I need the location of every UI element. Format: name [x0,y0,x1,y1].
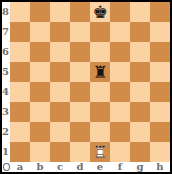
square-c8[interactable] [50,2,70,22]
square-b7[interactable] [30,22,50,42]
piece-white-rook-fill: ♜ [90,142,110,162]
square-h4[interactable] [150,82,170,102]
square-b1[interactable] [30,142,50,162]
square-c6[interactable] [50,42,70,62]
square-a6[interactable] [10,42,30,62]
square-d5[interactable] [70,62,90,82]
square-e6[interactable] [90,42,110,62]
square-c1[interactable] [50,142,70,162]
square-d2[interactable] [70,122,90,142]
square-b6[interactable] [30,42,50,62]
square-b4[interactable] [30,82,50,102]
piece-black-rook[interactable]: ♜ [90,62,110,82]
file-label-d: d [70,162,90,172]
square-g1[interactable] [130,142,150,162]
square-e4[interactable] [90,82,110,102]
square-f1[interactable] [110,142,130,162]
square-b5[interactable] [30,62,50,82]
rank-label-6: 6 [2,42,10,62]
square-f3[interactable] [110,102,130,122]
square-g2[interactable] [130,122,150,142]
square-b3[interactable] [30,102,50,122]
square-f8[interactable] [110,2,130,22]
square-a4[interactable] [10,82,30,102]
square-h6[interactable] [150,42,170,62]
square-h2[interactable] [150,122,170,142]
bottom-left-corner [2,162,10,172]
square-a8[interactable] [10,2,30,22]
square-c7[interactable] [50,22,70,42]
file-label-c: c [50,162,70,172]
square-e3[interactable] [90,102,110,122]
square-a2[interactable] [10,122,30,142]
file-label-b: b [30,162,50,172]
square-b2[interactable] [30,122,50,142]
square-h8[interactable] [150,2,170,22]
square-g8[interactable] [130,2,150,22]
piece-white-rook[interactable]: ♖ [90,142,110,162]
white-to-move-indicator [3,163,10,171]
square-e8[interactable]: ♚ [90,2,110,22]
square-d6[interactable] [70,42,90,62]
file-label-f: f [110,162,130,172]
rank-label-8: 8 [2,2,10,22]
square-g5[interactable] [130,62,150,82]
rank-label-3: 3 [2,102,10,122]
square-e1[interactable]: ♜♖ [90,142,110,162]
square-c2[interactable] [50,122,70,142]
square-b8[interactable] [30,2,50,22]
square-h5[interactable] [150,62,170,82]
chess-board: ♚♜♜♖ [10,2,170,162]
square-f7[interactable] [110,22,130,42]
piece-black-king[interactable]: ♚ [90,2,110,22]
rank-label-2: 2 [2,122,10,142]
square-g3[interactable] [130,102,150,122]
file-label-e: e [90,162,110,172]
square-d4[interactable] [70,82,90,102]
square-a7[interactable] [10,22,30,42]
square-f4[interactable] [110,82,130,102]
rank-label-5: 5 [2,62,10,82]
square-d1[interactable] [70,142,90,162]
square-d7[interactable] [70,22,90,42]
square-g4[interactable] [130,82,150,102]
file-label-g: g [130,162,150,172]
square-d8[interactable] [70,2,90,22]
square-f2[interactable] [110,122,130,142]
square-c4[interactable] [50,82,70,102]
square-e5[interactable]: ♜ [90,62,110,82]
square-g6[interactable] [130,42,150,62]
square-a3[interactable] [10,102,30,122]
file-label-h: h [150,162,170,172]
square-c3[interactable] [50,102,70,122]
square-d3[interactable] [70,102,90,122]
rank-label-1: 1 [2,142,10,162]
square-f6[interactable] [110,42,130,62]
rank-labels: 87654321 [2,2,10,162]
file-labels: abcdefgh [10,162,170,172]
square-a1[interactable] [10,142,30,162]
square-a5[interactable] [10,62,30,82]
square-h7[interactable] [150,22,170,42]
square-f5[interactable] [110,62,130,82]
square-e7[interactable] [90,22,110,42]
rank-label-4: 4 [2,82,10,102]
file-label-a: a [10,162,30,172]
square-h3[interactable] [150,102,170,122]
chess-diagram: 87654321 ♚♜♜♖ abcdefgh [0,0,172,174]
rank-label-7: 7 [2,22,10,42]
square-g7[interactable] [130,22,150,42]
square-c5[interactable] [50,62,70,82]
square-e2[interactable] [90,122,110,142]
square-h1[interactable] [150,142,170,162]
